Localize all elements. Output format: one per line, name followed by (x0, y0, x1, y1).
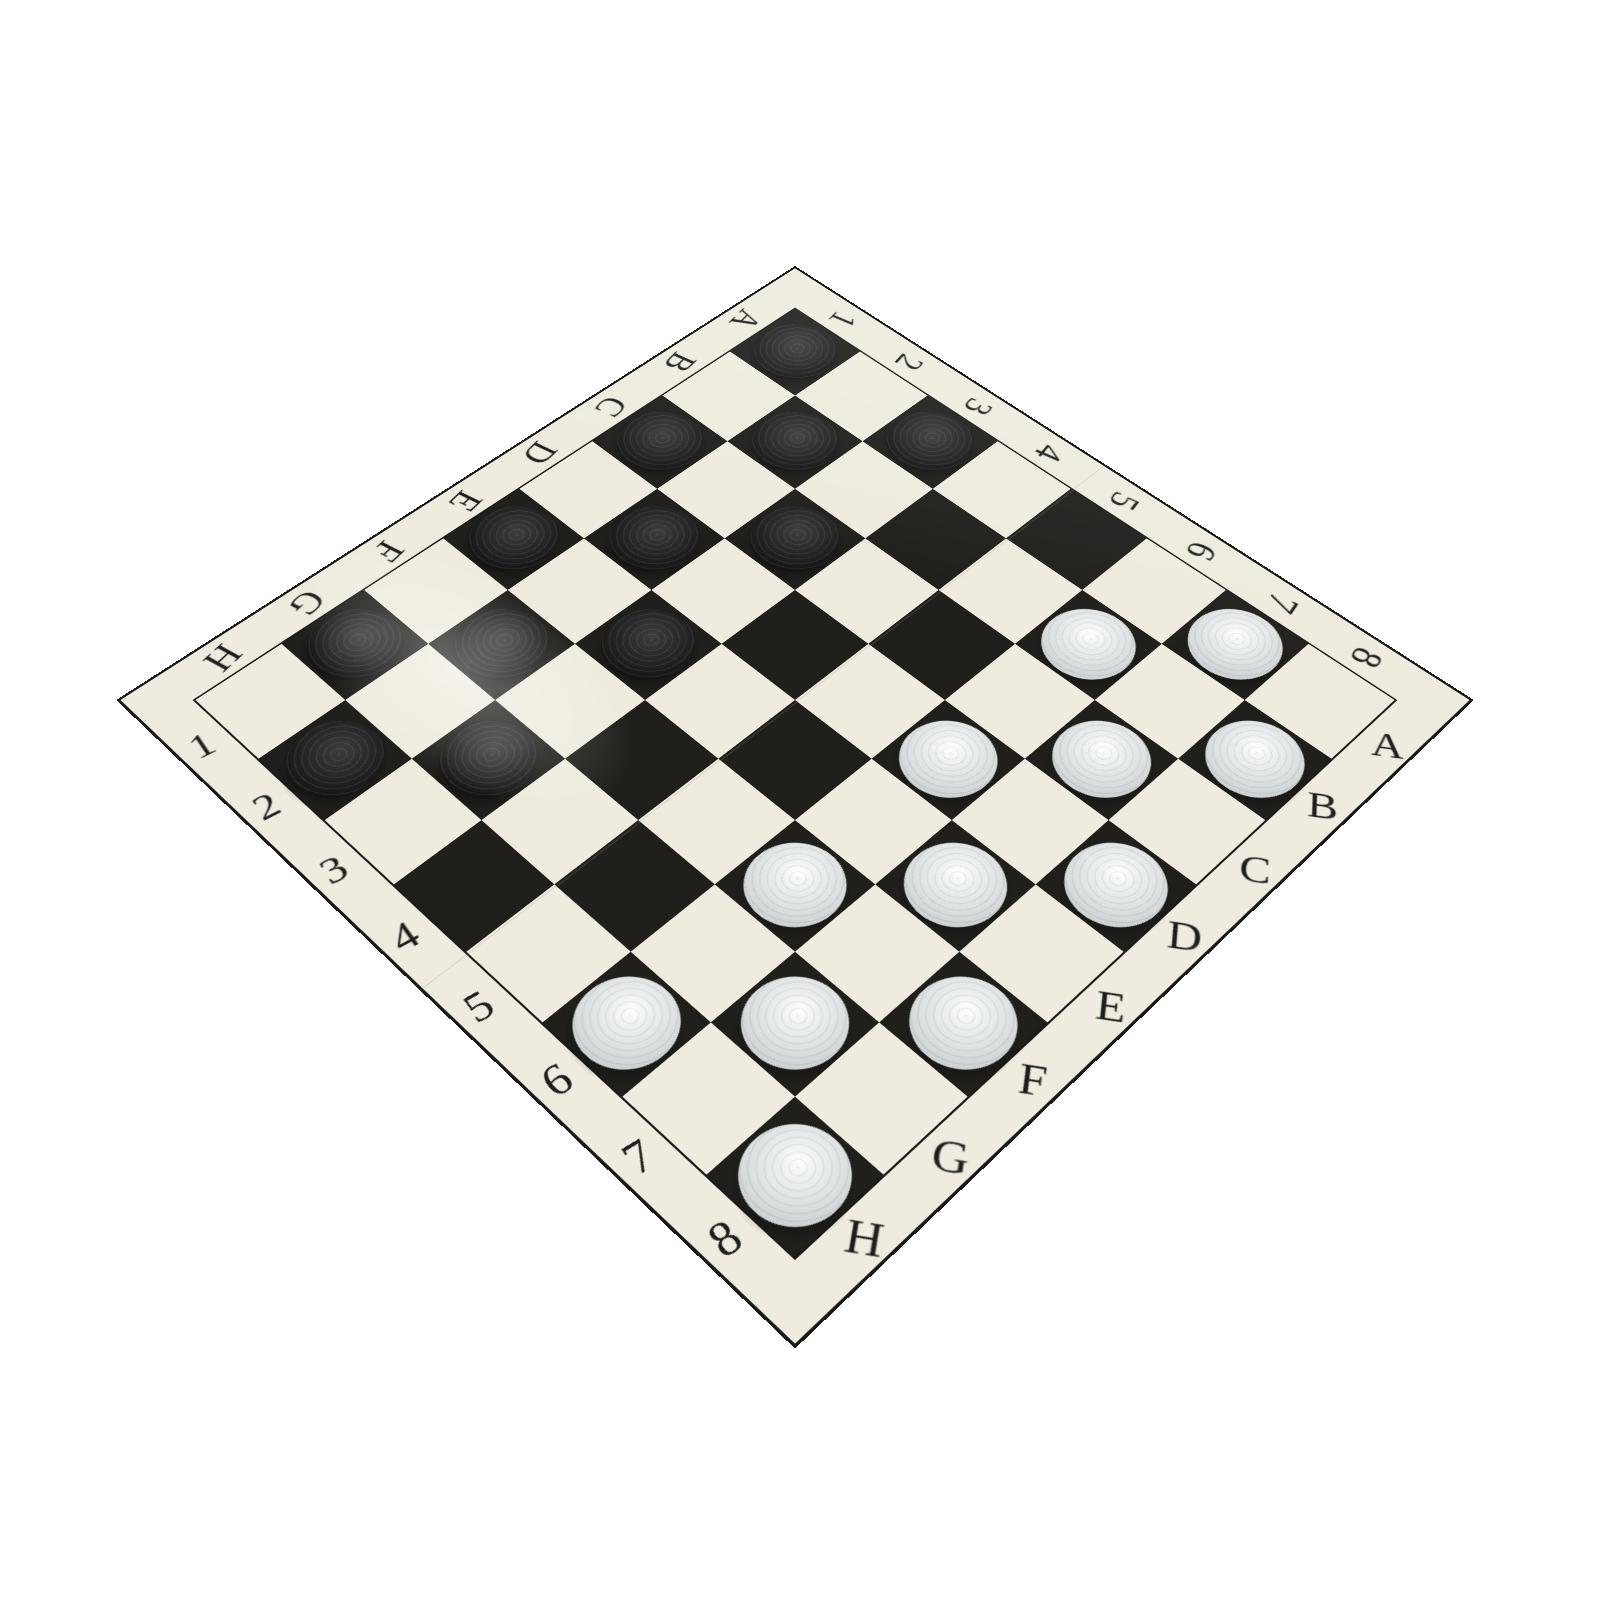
piece-side (887, 958, 1039, 1089)
piece-top-face (879, 705, 1018, 814)
piece-top-face (887, 958, 1039, 1089)
white-man-G7[interactable] (719, 958, 871, 1089)
board-photo-scene: ABCDEFGH1234567812345678ABCDEFGH (0, 0, 1600, 1600)
piece-shadow (878, 960, 1047, 1106)
square-G8[interactable] (795, 1022, 968, 1174)
square-F5[interactable] (638, 759, 795, 885)
square-H4[interactable] (394, 820, 554, 952)
square-G5[interactable] (554, 820, 714, 952)
square-H6[interactable] (542, 952, 710, 1097)
black-man-H2[interactable] (266, 705, 405, 814)
square-E8[interactable] (959, 884, 1123, 1022)
black-man-G3[interactable] (419, 705, 558, 814)
piece-shadow (874, 827, 1035, 959)
piece-shadow (540, 960, 709, 1106)
piece-top-face (266, 705, 405, 814)
piece-shadow (870, 707, 1024, 828)
white-man-F8[interactable] (887, 958, 1039, 1089)
square-G3[interactable] (412, 700, 565, 820)
square-C8[interactable] (1109, 759, 1266, 885)
white-man-D8[interactable] (1043, 826, 1188, 945)
square-F4[interactable] (565, 700, 718, 820)
square-E5[interactable] (718, 700, 871, 820)
piece-shadow (709, 960, 878, 1106)
square-D7[interactable] (952, 759, 1109, 885)
square-H3[interactable] (325, 759, 482, 885)
piece-top-face (722, 826, 867, 945)
piece-shadow (713, 827, 874, 959)
square-H8[interactable] (706, 1097, 883, 1257)
square-H5[interactable] (466, 884, 630, 1022)
square-G7[interactable] (711, 952, 879, 1097)
square-G4[interactable] (481, 759, 638, 885)
piece-top-face (1032, 705, 1171, 814)
piece-side (883, 826, 1028, 945)
piece-top-face (1043, 826, 1188, 945)
piece-side (1043, 826, 1188, 945)
square-F8[interactable] (879, 952, 1047, 1097)
piece-shadow (256, 707, 410, 828)
square-D8[interactable] (1036, 820, 1196, 952)
square-F6[interactable] (715, 820, 875, 952)
square-C7[interactable] (1025, 700, 1178, 820)
piece-top-face (550, 958, 702, 1089)
white-man-C7[interactable] (1032, 705, 1171, 814)
square-H2[interactable] (259, 700, 412, 820)
piece-side (550, 958, 702, 1089)
piece-top-face (883, 826, 1028, 945)
piece-shadow (705, 1105, 883, 1266)
piece-top-face (715, 1104, 875, 1249)
square-F7[interactable] (795, 884, 959, 1022)
white-man-B8[interactable] (1185, 705, 1324, 814)
white-man-H6[interactable] (550, 958, 702, 1089)
white-man-F6[interactable] (722, 826, 867, 945)
piece-shadow (409, 707, 563, 828)
square-G6[interactable] (631, 884, 795, 1022)
board-grid (195, 309, 1394, 1257)
square-E6[interactable] (795, 759, 952, 885)
piece-shadow (1178, 707, 1332, 828)
piece-top-face (1185, 705, 1324, 814)
square-B8[interactable] (1178, 700, 1331, 820)
white-man-D6[interactable] (879, 705, 1018, 814)
piece-top-face (719, 958, 871, 1089)
piece-top-face (419, 705, 558, 814)
square-H7[interactable] (622, 1022, 795, 1174)
piece-shadow (1035, 827, 1196, 959)
white-man-H8[interactable] (715, 1104, 875, 1249)
piece-side (722, 826, 867, 945)
square-D6[interactable] (872, 700, 1025, 820)
white-man-E7[interactable] (883, 826, 1028, 945)
checkers-board: ABCDEFGH1234567812345678ABCDEFGH (116, 266, 1474, 1349)
piece-side (719, 958, 871, 1089)
piece-side (715, 1104, 875, 1249)
piece-shadow (1024, 707, 1178, 828)
square-E7[interactable] (875, 820, 1035, 952)
